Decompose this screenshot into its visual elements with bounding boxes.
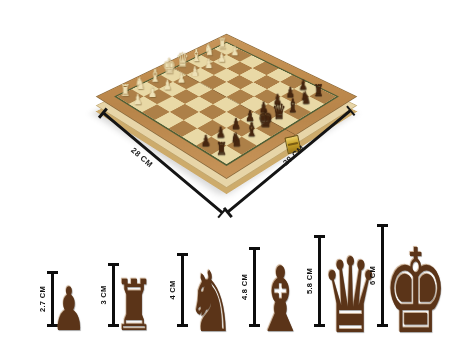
chess-piece-P: ♟ [131,92,145,106]
piece-glyph-queen: ♛ [321,244,358,338]
piece-glyph-pawn: ♟ [50,279,87,338]
chess-piece-q: ♛ [272,101,286,123]
height-label-bishop: 4.8 CM [240,247,249,327]
measurement-bar-knight [181,253,184,327]
chess-piece-P: ♟ [189,64,202,77]
chess-piece-P: ♟ [161,78,174,92]
chess-piece-P: ♟ [146,85,160,99]
product-image: ♜♟♟♜♞♟♟♞♝♟♟♝♛♟♟♛♚♟♟♚♝♟♟♝♞♟♟♞♜♟♟♜ 28 CM 2… [0,0,450,338]
height-label-pawn: 2.7 CM [38,271,47,327]
chess-piece-n: ♞ [229,130,244,149]
chess-piece-b: ♝ [285,96,299,115]
chess-piece-P: ♟ [216,51,229,64]
height-label-rook: 3 CM [99,263,108,327]
chess-piece-P: ♟ [229,45,242,58]
size-figure-king: 6 CM♚ [369,217,450,327]
chess-piece-r: ♜ [311,83,325,99]
piece-glyph-knight: ♞ [187,260,224,338]
chess-piece-P: ♟ [203,57,216,70]
piece-glyph-rook: ♜ [114,271,151,338]
chess-piece-B: ♝ [148,67,161,85]
chess-piece-b: ♝ [244,120,259,139]
piece-glyph-bishop: ♝ [255,255,292,338]
chess-piece-K: ♚ [163,56,176,77]
dimension-label-left: 28 CM [129,146,154,170]
height-label-knight: 4 CM [168,253,177,327]
height-label-queen: 5.8 CM [305,235,314,327]
piece-glyph-king: ♚ [383,234,420,338]
chess-piece-P: ♟ [175,71,188,85]
board-scene: ♜♟♟♜♞♟♟♞♝♟♟♝♛♟♟♛♚♟♟♚♝♟♟♝♞♟♟♞♜♟♟♜ 28 CM 2… [0,0,450,220]
height-label-king: 6 CM [368,224,377,327]
board-cell [142,104,170,120]
chess-piece-n: ♞ [299,89,313,106]
chess-piece-k: ♚ [258,108,272,131]
piece-size-chart: 2.7 CM♟3 CM♜4 CM♞4.8 CM♝5.8 CM♛6 CM♚ [0,213,450,338]
chess-piece-p: ♟ [199,133,214,148]
chess-piece-r: ♜ [214,140,229,158]
chess-piece-B: ♝ [190,47,203,64]
chess-piece-N: ♞ [203,42,216,58]
